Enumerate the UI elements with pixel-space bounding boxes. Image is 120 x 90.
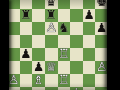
square-c1[interactable]	[32, 87, 45, 90]
letterbox-left	[0, 0, 9, 90]
square-g4[interactable]	[83, 48, 96, 61]
piece-black-king[interactable]: ♚	[96, 0, 107, 8]
chess-board[interactable]: ♛♚♜♜♟♙♞♟♟♖♟♕♙♙♗♖♔	[7, 0, 108, 90]
square-e7[interactable]	[58, 9, 71, 22]
square-d8[interactable]: ♛	[45, 0, 58, 9]
square-b7[interactable]: ♜	[20, 9, 33, 22]
square-f5[interactable]	[70, 35, 83, 48]
piece-black-pawn[interactable]: ♟	[96, 22, 107, 35]
square-d1[interactable]	[45, 87, 58, 90]
square-e3[interactable]	[58, 61, 71, 74]
square-f6[interactable]	[70, 22, 83, 35]
piece-black-pawn[interactable]: ♟	[33, 61, 44, 74]
piece-white-pawn[interactable]: ♙	[8, 74, 19, 87]
piece-black-rook[interactable]: ♜	[46, 9, 57, 22]
square-g6[interactable]	[83, 22, 96, 35]
piece-white-king[interactable]: ♔	[71, 87, 82, 90]
square-e4[interactable]: ♖	[58, 48, 71, 61]
square-f7[interactable]	[70, 9, 83, 22]
square-c7[interactable]	[32, 9, 45, 22]
piece-black-knight[interactable]: ♞	[58, 22, 69, 35]
square-g2[interactable]	[83, 74, 96, 87]
square-b5[interactable]	[20, 35, 33, 48]
piece-white-pawn[interactable]: ♙	[96, 61, 107, 74]
piece-white-pawn[interactable]: ♙	[46, 22, 57, 35]
square-e2[interactable]: ♖	[58, 74, 71, 87]
square-d6[interactable]: ♙	[45, 22, 58, 35]
square-f3[interactable]	[70, 61, 83, 74]
square-b8[interactable]	[20, 0, 33, 9]
piece-white-bishop[interactable]: ♗	[33, 74, 44, 87]
square-g1[interactable]	[83, 87, 96, 90]
piece-black-pawn[interactable]: ♟	[83, 9, 94, 22]
piece-black-rook[interactable]: ♜	[20, 9, 31, 22]
piece-white-queen[interactable]: ♕	[46, 61, 57, 74]
square-g7[interactable]: ♟	[83, 9, 96, 22]
square-d5[interactable]	[45, 35, 58, 48]
video-frame: ♛♚♜♜♟♙♞♟♟♖♟♕♙♙♗♖♔	[0, 0, 120, 90]
square-b2[interactable]	[20, 74, 33, 87]
square-f2[interactable]	[70, 74, 83, 87]
square-f4[interactable]	[70, 48, 83, 61]
square-f1[interactable]: ♔	[70, 87, 83, 90]
square-b3[interactable]	[20, 61, 33, 74]
piece-white-rook[interactable]: ♖	[58, 74, 69, 87]
square-b4[interactable]: ♟	[20, 48, 33, 61]
square-f8[interactable]	[70, 0, 83, 9]
square-c3[interactable]: ♟	[32, 61, 45, 74]
square-d7[interactable]: ♜	[45, 9, 58, 22]
square-e5[interactable]	[58, 35, 71, 48]
square-g5[interactable]	[83, 35, 96, 48]
square-d4[interactable]	[45, 48, 58, 61]
piece-black-queen[interactable]: ♛	[46, 0, 57, 8]
square-d2[interactable]	[45, 74, 58, 87]
square-b6[interactable]	[20, 22, 33, 35]
piece-black-pawn[interactable]: ♟	[20, 48, 31, 61]
square-c2[interactable]: ♗	[32, 74, 45, 87]
letterbox-right	[107, 0, 120, 90]
square-c8[interactable]	[32, 0, 45, 9]
square-e8[interactable]	[58, 0, 71, 9]
square-c4[interactable]	[32, 48, 45, 61]
square-c5[interactable]	[32, 35, 45, 48]
square-b1[interactable]	[20, 87, 33, 90]
square-e1[interactable]	[58, 87, 71, 90]
square-e6[interactable]: ♞	[58, 22, 71, 35]
square-c6[interactable]	[32, 22, 45, 35]
piece-white-rook[interactable]: ♖	[58, 48, 69, 61]
square-g8[interactable]	[83, 0, 96, 9]
square-d3[interactable]: ♕	[45, 61, 58, 74]
square-g3[interactable]	[83, 61, 96, 74]
